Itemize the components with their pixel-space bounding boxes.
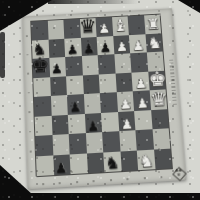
white-knight-a2: ♞ — [137, 150, 156, 171]
white-pawn-d2: ♟ — [133, 90, 151, 111]
chess-board: ♛♟♝♜♞♟♟♟♟♟♞♚♟♟♚♟♟♟♛♟♟♟♞♞ ♣♣ ♛ — [22, 8, 186, 189]
photo-edge-left-smudge — [0, 32, 5, 78]
white-pawn-c3: ♟ — [118, 111, 136, 132]
black-pawn-g6: ♟ — [64, 37, 81, 57]
black-king-f8: ♚ — [32, 57, 49, 77]
black-pawn-g5: ♟ — [80, 36, 97, 56]
board-pieces: ♛♟♝♜♞♟♟♟♟♟♞♚♟♟♚♟♟♟♛♟♟♟♞♞ — [30, 14, 173, 178]
white-bishop-h3: ♝ — [112, 15, 130, 35]
black-pawn-a7: ♟ — [52, 155, 70, 176]
white-pawn-g3: ♟ — [113, 34, 131, 54]
white-knight-g1: ♞ — [146, 32, 164, 52]
black-knight-a4: ♞ — [103, 152, 121, 173]
black-pawn-g4: ♟ — [97, 35, 115, 55]
white-pawn-h4: ♟ — [95, 16, 112, 36]
white-rook-h1: ♜ — [144, 14, 162, 33]
white-pawn-g2: ♟ — [129, 33, 147, 53]
photo-edge-bottom-band — [0, 193, 200, 200]
black-queen-h5: ♛ — [79, 17, 96, 37]
frame-file-marks — [42, 175, 167, 185]
photo-edge-top-strip — [48, 0, 138, 4]
black-pawn-c5: ♟ — [84, 113, 102, 134]
emblem-motifs: ♣♣ ♛ — [173, 169, 184, 178]
white-pawn-d3: ♟ — [117, 91, 135, 112]
white-king-e1: ♚ — [148, 70, 166, 90]
emblem-crown-icon: ♛ — [177, 172, 181, 177]
black-pawn-d6: ♟ — [66, 94, 84, 115]
black-knight-g8: ♞ — [31, 39, 48, 59]
white-pawn-e2: ♟ — [132, 71, 150, 91]
photo-stage: ♛♟♝♜♞♟♟♟♟♟♞♚♟♟♚♟♟♟♛♟♟♟♞♞ ♣♣ ♛ — [0, 0, 200, 200]
frame-brand-text — [169, 58, 177, 105]
white-queen-d1: ♛ — [150, 89, 168, 110]
black-pawn-f7: ♟ — [48, 57, 65, 77]
photo-corner-top-right — [178, 0, 200, 13]
maker-emblem-icon: ♣♣ ♛ — [171, 166, 185, 180]
